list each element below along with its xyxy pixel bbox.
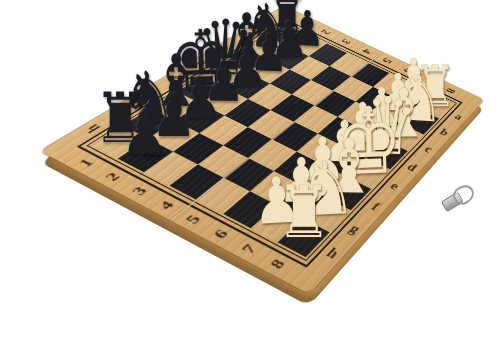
metal-clasp-icon <box>437 176 483 218</box>
chess-set-photo: 1122334455667788aabbccddeeffgghh ♜♞♝♛♚♝♞… <box>0 0 500 354</box>
piece-white-rook-h8: ♜ <box>277 177 332 249</box>
piece-black-pawn-h2: ♟ <box>121 102 170 166</box>
